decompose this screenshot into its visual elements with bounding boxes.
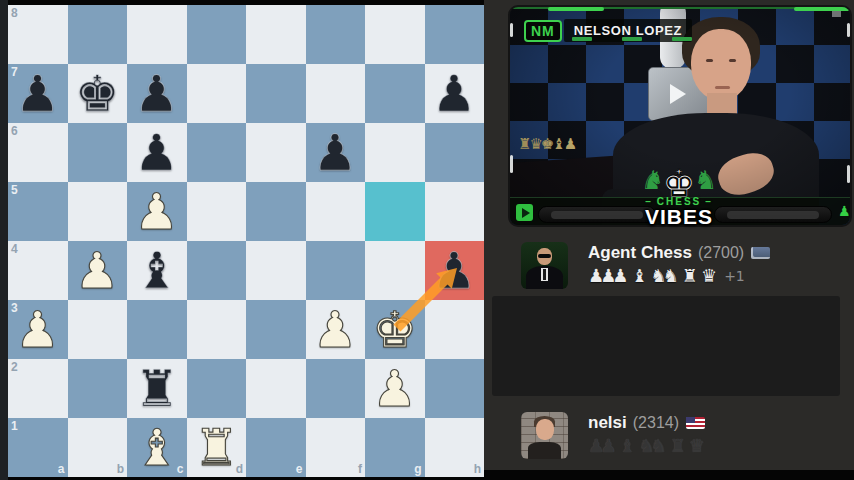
square-a8[interactable]: 8 (8, 5, 68, 64)
player-bottom-name[interactable]: nelsi (588, 413, 627, 433)
square-e7[interactable] (246, 64, 306, 123)
square-f2[interactable] (306, 359, 366, 418)
captured-piece-group: ♜ (670, 437, 689, 455)
coord-rank-2: 2 (11, 361, 18, 373)
white-pawn-f3[interactable]: ♟ (313, 305, 358, 355)
square-g2[interactable]: ♟ (365, 359, 425, 418)
square-g5[interactable] (365, 182, 425, 241)
green-dash (672, 37, 692, 41)
knight-icon: ♞ (694, 165, 717, 195)
white-bishop-c1[interactable]: ♝ (134, 423, 179, 473)
square-e2[interactable] (246, 359, 306, 418)
white-rook-d1[interactable]: ♜ (194, 423, 239, 473)
player-bottom: nelsi (2314) ♟♟♝♞♞♜♛ (521, 412, 708, 459)
coord-file-e: e (296, 463, 303, 475)
square-b5[interactable] (68, 182, 128, 241)
black-pawn-f6[interactable]: ♟ (313, 128, 358, 178)
black-pawn-c6[interactable]: ♟ (134, 128, 179, 178)
green-icon-left (516, 204, 533, 221)
square-a5[interactable]: 5 (8, 182, 68, 241)
square-e4[interactable] (246, 241, 306, 300)
coord-rank-5: 5 (11, 184, 18, 196)
square-a7[interactable]: 7♟ (8, 64, 68, 123)
black-pawn-h4[interactable]: ♟ (432, 246, 477, 296)
black-pawn-c7[interactable]: ♟ (134, 69, 179, 119)
black-king-b7[interactable]: ♚ (75, 69, 120, 119)
black-bishop-c4[interactable]: ♝ (134, 246, 179, 296)
square-h5[interactable] (425, 182, 485, 241)
square-c2[interactable]: ♜ (127, 359, 187, 418)
square-d8[interactable] (187, 5, 247, 64)
white-pawn-b4[interactable]: ♟ (75, 246, 120, 296)
square-f8[interactable] (306, 5, 366, 64)
player-top-rating: (2700) (698, 244, 744, 262)
square-h8[interactable] (425, 5, 485, 64)
square-e6[interactable] (246, 123, 306, 182)
black-rook-c2[interactable]: ♜ (134, 364, 179, 414)
square-d4[interactable] (187, 241, 247, 300)
player-top: Agent Chess (2700) ♟♟♟♝♞♞♜♛+1 (521, 242, 770, 289)
square-e3[interactable] (246, 300, 306, 359)
app-screen: 87♟♚♟♟6♟♟5♟4♟♝♟3♟♟♚2♜♟1abc♝d♜efgh ♜♛♚♝♟ (0, 0, 854, 480)
white-king-g3[interactable]: ♚ (372, 305, 417, 355)
square-b3[interactable] (68, 300, 128, 359)
captured-piece-group: ♞♞ (638, 437, 669, 455)
coord-file-g: g (414, 463, 421, 475)
overlay-corner-chip (832, 10, 841, 17)
square-c7[interactable]: ♟ (127, 64, 187, 123)
coord-rank-6: 6 (11, 125, 18, 137)
square-d2[interactable] (187, 359, 247, 418)
square-b8[interactable] (68, 5, 128, 64)
square-f1[interactable]: f (306, 418, 366, 477)
square-g4[interactable] (365, 241, 425, 300)
square-c3[interactable] (127, 300, 187, 359)
green-pawn-icon: ♟ (838, 204, 851, 218)
square-h2[interactable] (425, 359, 485, 418)
square-c8[interactable] (127, 5, 187, 64)
square-c5[interactable]: ♟ (127, 182, 187, 241)
square-f7[interactable] (306, 64, 366, 123)
white-pawn-a3[interactable]: ♟ (15, 305, 60, 355)
coord-file-f: f (358, 463, 362, 475)
flag-badge-top (751, 247, 770, 259)
square-g8[interactable] (365, 5, 425, 64)
coord-file-a: a (58, 463, 65, 475)
square-h4[interactable]: ♟ (425, 241, 485, 300)
captured-piece-group: ♛ (689, 437, 708, 455)
square-e5[interactable] (246, 182, 306, 241)
coord-rank-1: 1 (11, 420, 18, 432)
square-h3[interactable] (425, 300, 485, 359)
square-h1[interactable]: h (425, 418, 485, 477)
chess-vibes-logo: ♞♚♞ –CHESS– VIBES (594, 158, 764, 229)
square-e1[interactable]: e (246, 418, 306, 477)
captured-piece-group: ♝ (631, 267, 650, 285)
frame-tick (510, 23, 513, 37)
captured-piece-group: ♛ (701, 267, 720, 285)
material-advantage: +1 (724, 268, 745, 284)
frame-tick (847, 23, 850, 37)
coord-rank-7: 7 (11, 66, 18, 78)
square-e8[interactable] (246, 5, 306, 64)
frame-tick (510, 155, 513, 173)
black-pawn-a7[interactable]: ♟ (15, 69, 60, 119)
square-g1[interactable]: g (365, 418, 425, 477)
square-c1[interactable]: c♝ (127, 418, 187, 477)
coord-rank-3: 3 (11, 302, 18, 314)
player-bottom-rating: (2314) (633, 414, 679, 432)
square-a4[interactable]: 4 (8, 241, 68, 300)
move-list-box[interactable] (492, 296, 840, 396)
avatar-agent-chess[interactable] (521, 242, 568, 289)
square-b1[interactable]: b (68, 418, 128, 477)
knight-icon: ♞ (641, 158, 664, 202)
player-top-name[interactable]: Agent Chess (588, 243, 692, 263)
captured-piece-group: ♞♞ (651, 267, 682, 285)
logo-vibes-text: VIBES (594, 205, 764, 229)
square-c6[interactable]: ♟ (127, 123, 187, 182)
white-pawn-c5[interactable]: ♟ (134, 187, 179, 237)
coord-file-b: b (117, 463, 124, 475)
square-d5[interactable] (187, 182, 247, 241)
square-b4[interactable]: ♟ (68, 241, 128, 300)
square-f3[interactable]: ♟ (306, 300, 366, 359)
streamer-title-badge: NM NELSON LOPEZ (524, 19, 692, 42)
captured-piece-group: ♝ (619, 437, 638, 455)
captured-piece-group: ♟♟ (588, 437, 619, 455)
square-a1[interactable]: 1a (8, 418, 68, 477)
captured-piece-group: ♟♟♟ (588, 267, 631, 285)
square-d7[interactable] (187, 64, 247, 123)
nm-title: NM (524, 20, 562, 42)
square-g3[interactable]: ♚ (365, 300, 425, 359)
square-f6[interactable]: ♟ (306, 123, 366, 182)
captured-pieces-top: ♟♟♟♝♞♞♜♛+1 (588, 266, 770, 286)
square-d6[interactable] (187, 123, 247, 182)
square-b2[interactable] (68, 359, 128, 418)
square-h6[interactable] (425, 123, 485, 182)
overlay-top-dash (794, 7, 850, 11)
frame-tick (847, 165, 850, 183)
coord-rank-8: 8 (11, 7, 18, 19)
square-a6[interactable]: 6 (8, 123, 68, 182)
left-edge-strip (0, 0, 8, 480)
captured-piece-group: ♜ (682, 267, 701, 285)
coord-file-c: c (177, 463, 184, 475)
coord-file-h: h (474, 463, 481, 475)
square-g7[interactable] (365, 64, 425, 123)
us-flag-icon (686, 417, 705, 429)
square-a2[interactable]: 2 (8, 359, 68, 418)
square-d1[interactable]: d♜ (187, 418, 247, 477)
chess-board[interactable]: 87♟♚♟♟6♟♟5♟4♟♝♟3♟♟♚2♜♟1abc♝d♜efgh (8, 5, 484, 477)
overlay-top-dash (548, 7, 604, 11)
square-b7[interactable]: ♚ (68, 64, 128, 123)
white-pawn-g2[interactable]: ♟ (372, 364, 417, 414)
square-f5[interactable] (306, 182, 366, 241)
green-dash (622, 37, 642, 41)
square-b6[interactable] (68, 123, 128, 182)
avatar-nelsi[interactable] (521, 412, 568, 459)
coord-rank-4: 4 (11, 243, 18, 255)
square-a3[interactable]: 3♟ (8, 300, 68, 359)
green-dash (572, 37, 592, 41)
black-pawn-h7[interactable]: ♟ (432, 69, 477, 119)
square-h7[interactable]: ♟ (425, 64, 485, 123)
square-c4[interactable]: ♝ (127, 241, 187, 300)
square-g6[interactable] (365, 123, 425, 182)
stream-panel: ♜♛♚♝♟ NM NELSON LOPEZ (484, 0, 854, 470)
square-d3[interactable] (187, 300, 247, 359)
coord-file-d: d (236, 463, 243, 475)
captured-pieces-bottom: ♟♟♝♞♞♜♛ (588, 436, 708, 456)
square-f4[interactable] (306, 241, 366, 300)
